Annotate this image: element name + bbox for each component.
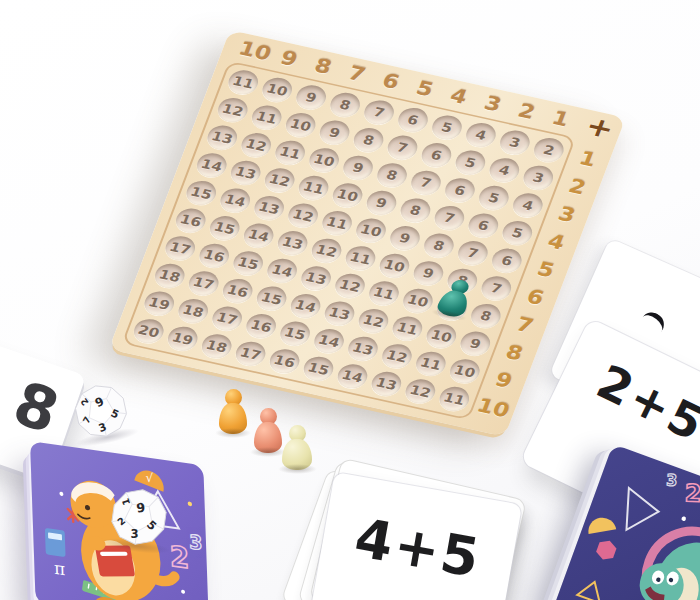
column-header-9: 9: [277, 47, 300, 71]
cell-number: 10: [306, 146, 343, 175]
cell-number: 16: [243, 311, 280, 340]
row-label-9: 9: [492, 368, 515, 392]
cell-number: 12: [238, 130, 275, 159]
cream-pawn[interactable]: [282, 425, 312, 469]
cell-number: 10: [376, 251, 413, 280]
row-label-3: 3: [555, 202, 578, 226]
cell-number: 6: [442, 176, 479, 205]
cell-number: 4: [509, 191, 546, 220]
svg-text:2: 2: [684, 479, 700, 508]
cell-number: 9: [316, 118, 353, 147]
row-label-7: 7: [513, 313, 536, 337]
cell-number: 9: [457, 329, 494, 358]
hexagon-doodle: [594, 538, 618, 563]
svg-text:2: 2: [169, 540, 189, 576]
cell-number: 9: [363, 188, 400, 217]
cell-number: 8: [467, 301, 504, 330]
cell-number: 16: [172, 206, 209, 235]
cell-number: 12: [402, 377, 439, 406]
cell-number: 17: [185, 269, 222, 298]
orange-pawn[interactable]: [219, 389, 247, 433]
cell-number: 13: [204, 123, 241, 152]
cell-number: 5: [499, 218, 536, 247]
cell-number: 9: [387, 223, 424, 252]
calculator-doodle: [45, 528, 66, 557]
cell-number: 7: [384, 133, 421, 162]
cell-number: 4: [486, 155, 523, 184]
cell-number: 12: [332, 271, 369, 300]
addition-board: 10987654321 + 12345678910 11109876543212…: [109, 30, 626, 437]
cell-number: 7: [361, 98, 398, 127]
flash-card-2plus5-text: 2+5: [590, 357, 700, 449]
column-header-7: 7: [345, 62, 368, 86]
cell-number: 12: [379, 342, 416, 371]
cell-number: 13: [298, 264, 335, 293]
d12-die-svg: 65321: [106, 484, 172, 550]
row-label-6: 6: [524, 285, 547, 309]
pawn-shadow: [278, 464, 317, 474]
cell-number: 11: [389, 314, 426, 343]
triangle-doodle: [615, 488, 663, 538]
cell-number: 11: [225, 68, 262, 97]
svg-text:π: π: [54, 558, 66, 580]
cell-number: 9: [340, 153, 377, 182]
cell-number: 15: [300, 354, 337, 383]
cell-number: 11: [366, 279, 403, 308]
cell-number: 13: [227, 158, 264, 187]
cell-number: 15: [183, 178, 220, 207]
cell-number: 8: [397, 196, 434, 225]
cell-number: 2: [530, 135, 567, 164]
cell-number: 10: [282, 110, 319, 139]
cell-number: 15: [277, 319, 314, 348]
cell-number: 14: [193, 151, 230, 180]
cell-number: 18: [151, 261, 188, 290]
svg-text:3: 3: [666, 471, 678, 490]
cell-number: 12: [285, 201, 322, 230]
flash-card-4plus5-text: 4+5: [320, 505, 516, 591]
cell-number: 10: [329, 181, 366, 210]
svg-text:√: √: [145, 470, 153, 485]
cell-number: 19: [141, 289, 178, 318]
row-label-4: 4: [545, 230, 568, 254]
cell-number: 3: [520, 163, 557, 192]
cell-number: 10: [446, 357, 483, 386]
svg-text:3: 3: [189, 530, 203, 555]
row-label-1: 1: [576, 147, 599, 171]
cell-number: 7: [431, 203, 468, 232]
cell-number: 18: [175, 296, 212, 325]
column-header-2: 2: [515, 99, 538, 123]
column-header-8: 8: [311, 54, 334, 78]
d12-die-svg: 65372: [69, 379, 133, 443]
flash-card-4plus5[interactable]: 4+5: [310, 472, 522, 600]
cell-number: 7: [478, 274, 515, 303]
cell-number: 8: [350, 125, 387, 154]
cell-number: 12: [308, 236, 345, 265]
cell-number: 18: [198, 332, 235, 361]
cell-number: 12: [214, 95, 251, 124]
cell-number: 8: [421, 231, 458, 260]
cell-number: 17: [209, 304, 246, 333]
plus-operator: +: [579, 111, 622, 144]
cell-number: 15: [230, 249, 267, 278]
deck-die[interactable]: 65321: [106, 484, 172, 550]
row-label-10: 10: [474, 394, 513, 421]
cell-number: 11: [436, 384, 473, 413]
protractor-doodle: [586, 515, 616, 534]
cell-number: 6: [465, 211, 502, 240]
salmon-pawn[interactable]: [254, 408, 282, 452]
cell-number: 6: [418, 140, 455, 169]
cell-number: 8: [374, 161, 411, 190]
cell-number: 7: [408, 168, 445, 197]
cell-number: 10: [423, 321, 460, 350]
cell-number: 16: [266, 347, 303, 376]
cell-number: 7: [454, 238, 491, 267]
cell-number: 20: [130, 316, 167, 345]
cell-number: 5: [429, 113, 466, 142]
cell-number: 5: [475, 183, 512, 212]
column-header-5: 5: [413, 77, 436, 101]
cell-number: 11: [319, 208, 356, 237]
cell-number: 9: [293, 83, 330, 112]
cell-number: 3: [496, 128, 533, 157]
cell-number: 14: [311, 326, 348, 355]
partial-digit-mark: [638, 308, 669, 338]
row-label-8: 8: [503, 340, 526, 364]
flash-card-8-text: 8: [7, 372, 66, 442]
column-header-4: 4: [447, 84, 470, 108]
left-die[interactable]: 65372: [69, 379, 133, 443]
cell-number: 11: [412, 349, 449, 378]
cell-number: 14: [334, 362, 371, 391]
pawn-shadow: [250, 447, 286, 457]
cell-number: 14: [217, 186, 254, 215]
column-header-6: 6: [379, 69, 402, 93]
column-header-10: 10: [236, 37, 275, 64]
cell-number: 15: [253, 284, 290, 313]
yellow-triangle-doodle: [577, 578, 606, 600]
column-header-1: 1: [549, 107, 572, 131]
cell-number: 11: [342, 244, 379, 273]
cell-number: 10: [353, 216, 390, 245]
cell-number: 17: [162, 234, 199, 263]
cell-number: 16: [219, 276, 256, 305]
cell-number: 15: [206, 213, 243, 242]
cell-number: 13: [321, 299, 358, 328]
column-header-3: 3: [481, 92, 504, 116]
cell-number: 8: [327, 90, 364, 119]
cell-number: 6: [395, 105, 432, 134]
cell-number: 13: [251, 193, 288, 222]
cell-number: 4: [463, 120, 500, 149]
cell-number: 9: [410, 259, 447, 288]
cell-number: 12: [355, 306, 392, 335]
svg-text:3: 3: [130, 527, 138, 541]
cell-number: 14: [264, 256, 301, 285]
cell-number: 11: [272, 138, 309, 167]
cell-number: 13: [274, 228, 311, 257]
row-label-5: 5: [534, 257, 557, 281]
cell-number: 14: [240, 221, 277, 250]
cell-number: 13: [368, 369, 405, 398]
cell-number: 10: [259, 75, 296, 104]
cell-number: 5: [452, 148, 489, 177]
cell-number: 11: [295, 173, 332, 202]
cell-number: 6: [488, 246, 525, 275]
cell-number: 13: [345, 334, 382, 363]
cell-number: 17: [232, 339, 269, 368]
pawn-shadow: [215, 428, 251, 438]
cell-number: 14: [287, 291, 324, 320]
table-surface: 10987654321 + 12345678910 11109876543212…: [0, 0, 700, 600]
cell-number: 11: [248, 103, 285, 132]
cell-number: 12: [261, 166, 298, 195]
row-label-2: 2: [566, 174, 589, 198]
cell-number: 16: [196, 241, 233, 270]
cell-number: 19: [164, 324, 201, 353]
